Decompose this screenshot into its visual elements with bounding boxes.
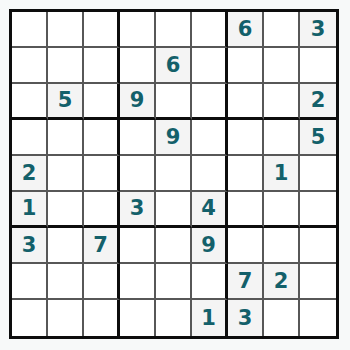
cell-r4c3[interactable] [84, 120, 120, 156]
cell-r4c9[interactable]: 5 [300, 120, 336, 156]
cell-r6c3[interactable] [84, 192, 120, 228]
cell-r1c9[interactable]: 3 [300, 12, 336, 48]
cell-r4c6[interactable] [192, 120, 228, 156]
cell-r5c5[interactable] [156, 156, 192, 192]
cell-r9c5[interactable] [156, 300, 192, 336]
cell-r9c1[interactable] [12, 300, 48, 336]
cell-r7c2[interactable] [48, 228, 84, 264]
cell-r5c9[interactable] [300, 156, 336, 192]
cell-r9c3[interactable] [84, 300, 120, 336]
cell-r2c6[interactable] [192, 48, 228, 84]
cell-r9c9[interactable] [300, 300, 336, 336]
cell-r8c8[interactable]: 2 [264, 264, 300, 300]
cell-r2c2[interactable] [48, 48, 84, 84]
cell-r4c2[interactable] [48, 120, 84, 156]
cell-r2c9[interactable] [300, 48, 336, 84]
cell-r4c1[interactable] [12, 120, 48, 156]
cell-r8c7[interactable]: 7 [228, 264, 264, 300]
cell-r3c4[interactable]: 9 [120, 84, 156, 120]
cell-r1c4[interactable] [120, 12, 156, 48]
cell-r6c1[interactable]: 1 [12, 192, 48, 228]
cell-r4c7[interactable] [228, 120, 264, 156]
cell-r3c6[interactable] [192, 84, 228, 120]
sudoku-board: 63659295211343797213 [9, 9, 339, 339]
cell-r1c6[interactable] [192, 12, 228, 48]
cell-r3c5[interactable] [156, 84, 192, 120]
cell-r8c1[interactable] [12, 264, 48, 300]
cell-r6c9[interactable] [300, 192, 336, 228]
cell-r4c5[interactable]: 9 [156, 120, 192, 156]
cell-r6c8[interactable] [264, 192, 300, 228]
cell-r2c3[interactable] [84, 48, 120, 84]
cell-r2c5[interactable]: 6 [156, 48, 192, 84]
cell-r9c6[interactable]: 1 [192, 300, 228, 336]
cell-r1c3[interactable] [84, 12, 120, 48]
cell-r5c8[interactable]: 1 [264, 156, 300, 192]
cell-r6c4[interactable]: 3 [120, 192, 156, 228]
cell-r8c9[interactable] [300, 264, 336, 300]
cell-r1c5[interactable] [156, 12, 192, 48]
cell-r3c9[interactable]: 2 [300, 84, 336, 120]
cell-r7c5[interactable] [156, 228, 192, 264]
cell-r7c3[interactable]: 7 [84, 228, 120, 264]
cell-r9c7[interactable]: 3 [228, 300, 264, 336]
cell-r7c8[interactable] [264, 228, 300, 264]
sudoku-page: 63659295211343797213 [0, 0, 350, 339]
cell-r2c1[interactable] [12, 48, 48, 84]
cell-r9c4[interactable] [120, 300, 156, 336]
cell-r9c2[interactable] [48, 300, 84, 336]
cell-r7c6[interactable]: 9 [192, 228, 228, 264]
cell-r6c7[interactable] [228, 192, 264, 228]
cell-r5c7[interactable] [228, 156, 264, 192]
cell-r7c9[interactable] [300, 228, 336, 264]
cell-r5c6[interactable] [192, 156, 228, 192]
cell-r3c3[interactable] [84, 84, 120, 120]
cell-r4c8[interactable] [264, 120, 300, 156]
cell-r3c2[interactable]: 5 [48, 84, 84, 120]
cell-r7c7[interactable] [228, 228, 264, 264]
cell-r8c4[interactable] [120, 264, 156, 300]
cell-r2c8[interactable] [264, 48, 300, 84]
cell-r9c8[interactable] [264, 300, 300, 336]
cell-r8c3[interactable] [84, 264, 120, 300]
cell-r8c5[interactable] [156, 264, 192, 300]
cell-r3c1[interactable] [12, 84, 48, 120]
cell-r6c5[interactable] [156, 192, 192, 228]
cell-r6c6[interactable]: 4 [192, 192, 228, 228]
cell-r5c3[interactable] [84, 156, 120, 192]
cell-r5c2[interactable] [48, 156, 84, 192]
cell-r1c8[interactable] [264, 12, 300, 48]
cell-r7c1[interactable]: 3 [12, 228, 48, 264]
cell-r7c4[interactable] [120, 228, 156, 264]
cell-r1c7[interactable]: 6 [228, 12, 264, 48]
cell-r3c7[interactable] [228, 84, 264, 120]
cell-r6c2[interactable] [48, 192, 84, 228]
cell-r3c8[interactable] [264, 84, 300, 120]
cell-r5c1[interactable]: 2 [12, 156, 48, 192]
cell-r8c2[interactable] [48, 264, 84, 300]
cell-r4c4[interactable] [120, 120, 156, 156]
cell-r5c4[interactable] [120, 156, 156, 192]
cell-r2c7[interactable] [228, 48, 264, 84]
cell-r2c4[interactable] [120, 48, 156, 84]
cell-r1c1[interactable] [12, 12, 48, 48]
cell-r8c6[interactable] [192, 264, 228, 300]
cell-r1c2[interactable] [48, 12, 84, 48]
